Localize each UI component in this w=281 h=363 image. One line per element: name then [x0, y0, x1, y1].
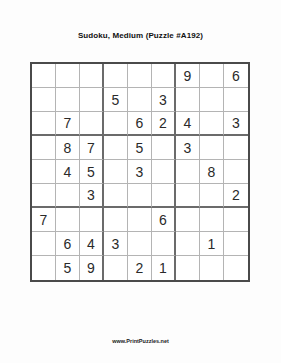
- cell-r5c6[interactable]: [152, 160, 176, 184]
- cell-r1c8[interactable]: [200, 64, 224, 88]
- cell-r7c1[interactable]: 7: [32, 208, 56, 232]
- cell-r2c8[interactable]: [200, 88, 224, 112]
- cell-r8c2[interactable]: 6: [56, 232, 80, 256]
- cell-r9c7[interactable]: [176, 256, 200, 280]
- cell-r2c9[interactable]: [224, 88, 248, 112]
- cell-r3c8[interactable]: [200, 112, 224, 136]
- cell-r7c4[interactable]: [104, 208, 128, 232]
- cell-r9c3[interactable]: 9: [80, 256, 104, 280]
- cell-r6c1[interactable]: [32, 184, 56, 208]
- cell-r6c2[interactable]: [56, 184, 80, 208]
- cell-r1c9[interactable]: 6: [224, 64, 248, 88]
- cell-r8c7[interactable]: [176, 232, 200, 256]
- sudoku-page: Sudoku, Medium (Puzzle #A192) 9653762438…: [0, 0, 281, 363]
- cell-r1c2[interactable]: [56, 64, 80, 88]
- cell-r4c4[interactable]: [104, 136, 128, 160]
- sudoku-grid: 96537624387534538327664315921: [30, 62, 250, 282]
- cell-r4c8[interactable]: [200, 136, 224, 160]
- cell-r2c6[interactable]: 3: [152, 88, 176, 112]
- cell-r1c1[interactable]: [32, 64, 56, 88]
- cell-r7c3[interactable]: [80, 208, 104, 232]
- cell-r4c5[interactable]: 5: [128, 136, 152, 160]
- cell-r5c8[interactable]: 8: [200, 160, 224, 184]
- cell-r8c5[interactable]: [128, 232, 152, 256]
- footer-url: www.PrintPuzzles.net: [0, 338, 281, 344]
- cell-r8c4[interactable]: 3: [104, 232, 128, 256]
- cell-r1c3[interactable]: [80, 64, 104, 88]
- cell-r9c9[interactable]: [224, 256, 248, 280]
- cell-r7c9[interactable]: [224, 208, 248, 232]
- cell-r8c6[interactable]: [152, 232, 176, 256]
- cell-r2c2[interactable]: [56, 88, 80, 112]
- cell-r1c7[interactable]: 9: [176, 64, 200, 88]
- cell-r4c1[interactable]: [32, 136, 56, 160]
- cell-r6c6[interactable]: [152, 184, 176, 208]
- cell-r5c5[interactable]: 3: [128, 160, 152, 184]
- cell-r4c6[interactable]: [152, 136, 176, 160]
- cell-r7c7[interactable]: [176, 208, 200, 232]
- cell-r8c1[interactable]: [32, 232, 56, 256]
- cell-r3c6[interactable]: 2: [152, 112, 176, 136]
- cell-r5c9[interactable]: [224, 160, 248, 184]
- cell-r8c3[interactable]: 4: [80, 232, 104, 256]
- cell-r2c5[interactable]: [128, 88, 152, 112]
- cell-r5c7[interactable]: [176, 160, 200, 184]
- cell-r7c8[interactable]: [200, 208, 224, 232]
- cell-r2c4[interactable]: 5: [104, 88, 128, 112]
- cell-r1c4[interactable]: [104, 64, 128, 88]
- cell-r3c3[interactable]: [80, 112, 104, 136]
- cell-r1c6[interactable]: [152, 64, 176, 88]
- cell-r4c9[interactable]: [224, 136, 248, 160]
- cell-r7c2[interactable]: [56, 208, 80, 232]
- cell-r6c9[interactable]: 2: [224, 184, 248, 208]
- cell-r5c3[interactable]: 5: [80, 160, 104, 184]
- cell-r9c6[interactable]: 1: [152, 256, 176, 280]
- cell-r3c2[interactable]: 7: [56, 112, 80, 136]
- cell-r5c1[interactable]: [32, 160, 56, 184]
- cell-r6c3[interactable]: 3: [80, 184, 104, 208]
- cell-r4c7[interactable]: 3: [176, 136, 200, 160]
- cell-r6c8[interactable]: [200, 184, 224, 208]
- cell-r6c7[interactable]: [176, 184, 200, 208]
- cell-r6c5[interactable]: [128, 184, 152, 208]
- cell-r5c4[interactable]: [104, 160, 128, 184]
- cell-r5c2[interactable]: 4: [56, 160, 80, 184]
- cell-r3c1[interactable]: [32, 112, 56, 136]
- cell-r4c2[interactable]: 8: [56, 136, 80, 160]
- page-title: Sudoku, Medium (Puzzle #A192): [0, 31, 281, 40]
- cell-r9c5[interactable]: 2: [128, 256, 152, 280]
- cell-r2c3[interactable]: [80, 88, 104, 112]
- cell-r7c5[interactable]: [128, 208, 152, 232]
- cell-r9c1[interactable]: [32, 256, 56, 280]
- cell-r3c7[interactable]: 4: [176, 112, 200, 136]
- cell-r9c4[interactable]: [104, 256, 128, 280]
- cell-r9c8[interactable]: [200, 256, 224, 280]
- cell-r4c3[interactable]: 7: [80, 136, 104, 160]
- cell-r3c4[interactable]: [104, 112, 128, 136]
- cell-r3c9[interactable]: 3: [224, 112, 248, 136]
- cell-r1c5[interactable]: [128, 64, 152, 88]
- cell-r8c8[interactable]: 1: [200, 232, 224, 256]
- cell-r3c5[interactable]: 6: [128, 112, 152, 136]
- cell-r2c7[interactable]: [176, 88, 200, 112]
- cell-r9c2[interactable]: 5: [56, 256, 80, 280]
- cell-r7c6[interactable]: 6: [152, 208, 176, 232]
- cell-r6c4[interactable]: [104, 184, 128, 208]
- cell-r2c1[interactable]: [32, 88, 56, 112]
- cell-r8c9[interactable]: [224, 232, 248, 256]
